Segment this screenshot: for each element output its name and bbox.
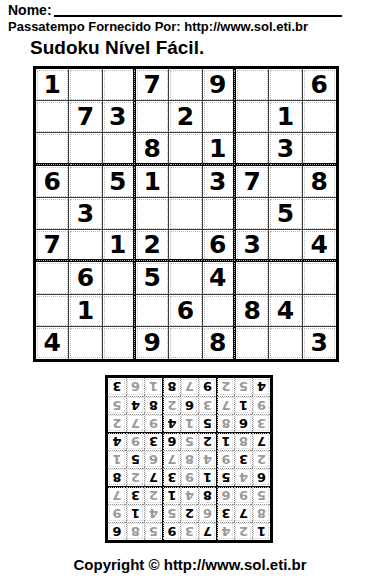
solution-cell-r2c4: 6 [198,504,216,522]
solution-cell-r5c2: 3 [234,450,252,468]
puzzle-cell-r8c8: 4 [269,295,302,327]
solution-cell-r7c3: 8 [216,414,234,432]
solution-cell-r7c5: 1 [180,414,198,432]
solution-cell-r1c1: 1 [252,522,270,540]
solution-cell-r9c3: 2 [216,378,234,396]
solution-cell-r6c8: 9 [126,432,144,450]
solution-cell-r4c6: 3 [162,468,180,486]
puzzle-cell-r3c7 [236,133,269,165]
solution-cell-r8c4: 3 [198,396,216,414]
puzzle-cell-r4c8 [269,166,302,198]
puzzle-cell-r9c5 [169,327,202,359]
solution-cell-r9c1: 4 [252,378,270,396]
name-label: Nome: [8,2,52,18]
solution-cell-r8c8: 4 [126,396,144,414]
solution-cell-r3c2: 9 [234,486,252,504]
solution-cell-r7c8: 7 [126,414,144,432]
solution-cell-r6c7: 3 [144,432,162,450]
solution-cell-r7c6: 4 [162,414,180,432]
puzzle-cell-r3c9 [303,133,336,165]
puzzle-cell-r6c8 [269,230,302,262]
puzzle-cell-r9c7 [236,327,269,359]
puzzle-cell-r7c8 [269,262,302,294]
solution-cell-r6c6: 6 [162,432,180,450]
solution-cell-r7c7: 9 [144,414,162,432]
solution-cell-r1c7: 5 [144,522,162,540]
solution-cell-r8c1: 9 [252,396,270,414]
puzzle-cell-r4c1: 6 [36,166,69,198]
solution-cell-r2c3: 3 [216,504,234,522]
solution-cell-r4c4: 1 [198,468,216,486]
puzzle-cell-r8c5: 6 [169,295,202,327]
puzzle-cell-r6c5 [169,230,202,262]
puzzle-cell-r2c6 [203,101,236,133]
solution-cell-r3c4: 8 [198,486,216,504]
solution-cell-r7c9: 2 [108,414,126,432]
puzzle-cell-r4c7: 7 [236,166,269,198]
solution-cell-r6c5: 5 [180,432,198,450]
puzzle-cell-r9c4: 9 [136,327,169,359]
solution-grid: 1247395868736254195968412376451937282394… [105,375,273,543]
solution-cell-r4c2: 4 [234,468,252,486]
puzzle-cell-r5c8: 5 [269,198,302,230]
puzzle-cell-r1c8 [269,69,302,101]
solution-cell-r2c9: 9 [108,504,126,522]
solution-cell-r1c6: 9 [162,522,180,540]
solution-cell-r3c1: 5 [252,486,270,504]
puzzle-cell-r4c9: 8 [303,166,336,198]
puzzle-cell-r6c1: 7 [36,230,69,262]
puzzle-cell-r2c1 [36,101,69,133]
solution-cell-r4c8: 2 [126,468,144,486]
solution-cell-r9c5: 7 [180,378,198,396]
puzzle-cell-r9c2 [69,327,102,359]
puzzle-cell-r3c4: 8 [136,133,169,165]
solution-cell-r8c9: 5 [108,396,126,414]
puzzle-cell-r1c4: 7 [136,69,169,101]
solution-cell-r2c6: 5 [162,504,180,522]
puzzle-cell-r4c2 [69,166,102,198]
solution-cell-r2c5: 2 [180,504,198,522]
page-title: Sudoku Nível Fácil. [30,37,204,59]
puzzle-cell-r4c4: 1 [136,166,169,198]
puzzle-cell-r6c7: 3 [236,230,269,262]
puzzle-cell-r2c4 [136,101,169,133]
solution-cell-r1c4: 7 [198,522,216,540]
solution-cell-r9c4: 9 [198,378,216,396]
puzzle-cell-r5c5 [169,198,202,230]
provider-line: Passatempo Fornecido Por: http://www.sol… [8,19,308,34]
puzzle-cell-r5c2: 3 [69,198,102,230]
puzzle-grid: 179673218136513783571263465416844983 [33,66,339,362]
puzzle-cell-r2c5: 2 [169,101,202,133]
solution-cell-r6c4: 2 [198,432,216,450]
puzzle-cell-r8c9 [303,295,336,327]
solution-cell-r7c2: 6 [234,414,252,432]
solution-cell-r4c7: 7 [144,468,162,486]
puzzle-cell-r6c4: 2 [136,230,169,262]
solution-cell-r3c9: 7 [108,486,126,504]
puzzle-cell-r1c9: 6 [303,69,336,101]
solution-cell-r3c6: 1 [162,486,180,504]
puzzle-cell-r3c5 [169,133,202,165]
puzzle-cell-r7c4: 5 [136,262,169,294]
puzzle-cell-r1c1: 1 [36,69,69,101]
solution-cell-r9c9: 3 [108,378,126,396]
puzzle-cell-r8c7: 8 [236,295,269,327]
puzzle-cell-r8c6 [203,295,236,327]
solution-cell-r6c3: 1 [216,432,234,450]
solution-cell-r5c5: 8 [180,450,198,468]
puzzle-cell-r6c2 [69,230,102,262]
solution-cell-r9c7: 1 [144,378,162,396]
copyright-text: Copyright © http://www.sol.eti.br [0,556,380,573]
puzzle-cell-r5c4 [136,198,169,230]
solution-cell-r5c6: 7 [162,450,180,468]
solution-cell-r4c5: 9 [180,468,198,486]
puzzle-cell-r3c6: 1 [203,133,236,165]
puzzle-cell-r1c6: 9 [203,69,236,101]
puzzle-cell-r6c9: 4 [303,230,336,262]
puzzle-cell-r3c3 [103,133,136,165]
solution-cell-r6c2: 8 [234,432,252,450]
puzzle-cell-r5c3 [103,198,136,230]
puzzle-cell-r7c6: 4 [203,262,236,294]
solution-cell-r5c4: 4 [198,450,216,468]
puzzle-cell-r9c3 [103,327,136,359]
puzzle-cell-r5c9 [303,198,336,230]
puzzle-cell-r8c2: 1 [69,295,102,327]
puzzle-cell-r7c1 [36,262,69,294]
solution-cell-r2c8: 1 [126,504,144,522]
puzzle-cell-r7c3 [103,262,136,294]
solution-cell-r3c3: 6 [216,486,234,504]
puzzle-cell-r9c9: 3 [303,327,336,359]
solution-cell-r7c4: 5 [198,414,216,432]
puzzle-cell-r7c2: 6 [69,262,102,294]
puzzle-cell-r3c1 [36,133,69,165]
puzzle-cell-r1c3 [103,69,136,101]
puzzle-cell-r9c6: 8 [203,327,236,359]
puzzle-cell-r6c3: 1 [103,230,136,262]
solution-cell-r3c7: 2 [144,486,162,504]
solution-cell-r5c9: 1 [108,450,126,468]
solution-cell-r9c8: 6 [126,378,144,396]
solution-cell-r8c2: 1 [234,396,252,414]
puzzle-cell-r9c8 [269,327,302,359]
solution-cell-r4c1: 6 [252,468,270,486]
solution-cell-r2c1: 8 [252,504,270,522]
puzzle-cell-r8c4 [136,295,169,327]
solution-cell-r8c6: 2 [162,396,180,414]
puzzle-cell-r2c9 [303,101,336,133]
puzzle-cell-r1c2 [69,69,102,101]
puzzle-cell-r8c1 [36,295,69,327]
name-line: Nome: [8,2,342,18]
solution-cell-r1c9: 6 [108,522,126,540]
solution-cell-r6c9: 4 [108,432,126,450]
solution-cell-r1c3: 4 [216,522,234,540]
puzzle-cell-r4c3: 5 [103,166,136,198]
solution-cell-r5c1: 2 [252,450,270,468]
puzzle-cell-r4c6: 3 [203,166,236,198]
puzzle-cell-r2c8: 1 [269,101,302,133]
puzzle-cell-r7c5 [169,262,202,294]
puzzle-cell-r5c7 [236,198,269,230]
solution-cell-r4c9: 8 [108,468,126,486]
puzzle-cell-r3c8: 3 [269,133,302,165]
puzzle-cell-r7c7 [236,262,269,294]
name-underline [54,3,342,17]
sudoku-worksheet-page: Nome: Passatempo Fornecido Por: http://w… [0,0,380,585]
puzzle-cell-r1c5 [169,69,202,101]
solution-cell-r2c2: 7 [234,504,252,522]
solution-cell-r2c7: 4 [144,504,162,522]
solution-cell-r1c5: 3 [180,522,198,540]
solution-cell-r3c5: 4 [180,486,198,504]
puzzle-cell-r9c1: 4 [36,327,69,359]
puzzle-cell-r5c6 [203,198,236,230]
puzzle-cell-r2c2: 7 [69,101,102,133]
solution-cell-r4c3: 5 [216,468,234,486]
puzzle-cell-r2c7 [236,101,269,133]
puzzle-cell-r8c3 [103,295,136,327]
solution-cell-r8c3: 7 [216,396,234,414]
puzzle-cell-r2c3: 3 [103,101,136,133]
solution-cell-r6c1: 7 [252,432,270,450]
solution-cell-r7c1: 3 [252,414,270,432]
solution-cell-r1c8: 8 [126,522,144,540]
solution-cell-r5c7: 6 [144,450,162,468]
solution-cell-r9c2: 5 [234,378,252,396]
solution-cell-r3c8: 3 [126,486,144,504]
puzzle-cell-r4c5 [169,166,202,198]
solution-cell-r8c7: 8 [144,396,162,414]
solution-cell-r8c5: 6 [180,396,198,414]
puzzle-cell-r6c6: 6 [203,230,236,262]
puzzle-cell-r5c1 [36,198,69,230]
solution-cell-r1c2: 2 [234,522,252,540]
puzzle-cell-r3c2 [69,133,102,165]
puzzle-cell-r7c9 [303,262,336,294]
solution-cell-r5c8: 5 [126,450,144,468]
puzzle-cell-r1c7 [236,69,269,101]
solution-cell-r5c3: 9 [216,450,234,468]
solution-cell-r9c6: 8 [162,378,180,396]
